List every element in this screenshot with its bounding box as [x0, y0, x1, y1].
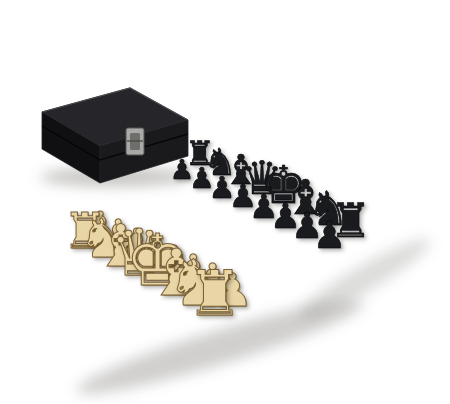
chess-box	[0, 0, 450, 404]
box-clasp-icon	[126, 128, 144, 155]
chess-set-product-photo: ♜♞♝♛♚♝♞♜♟♟♟♟♟♟♟♟♟♟♟♟♟♟♟♟♜♞♝♛♚♝♞♜	[0, 0, 450, 404]
